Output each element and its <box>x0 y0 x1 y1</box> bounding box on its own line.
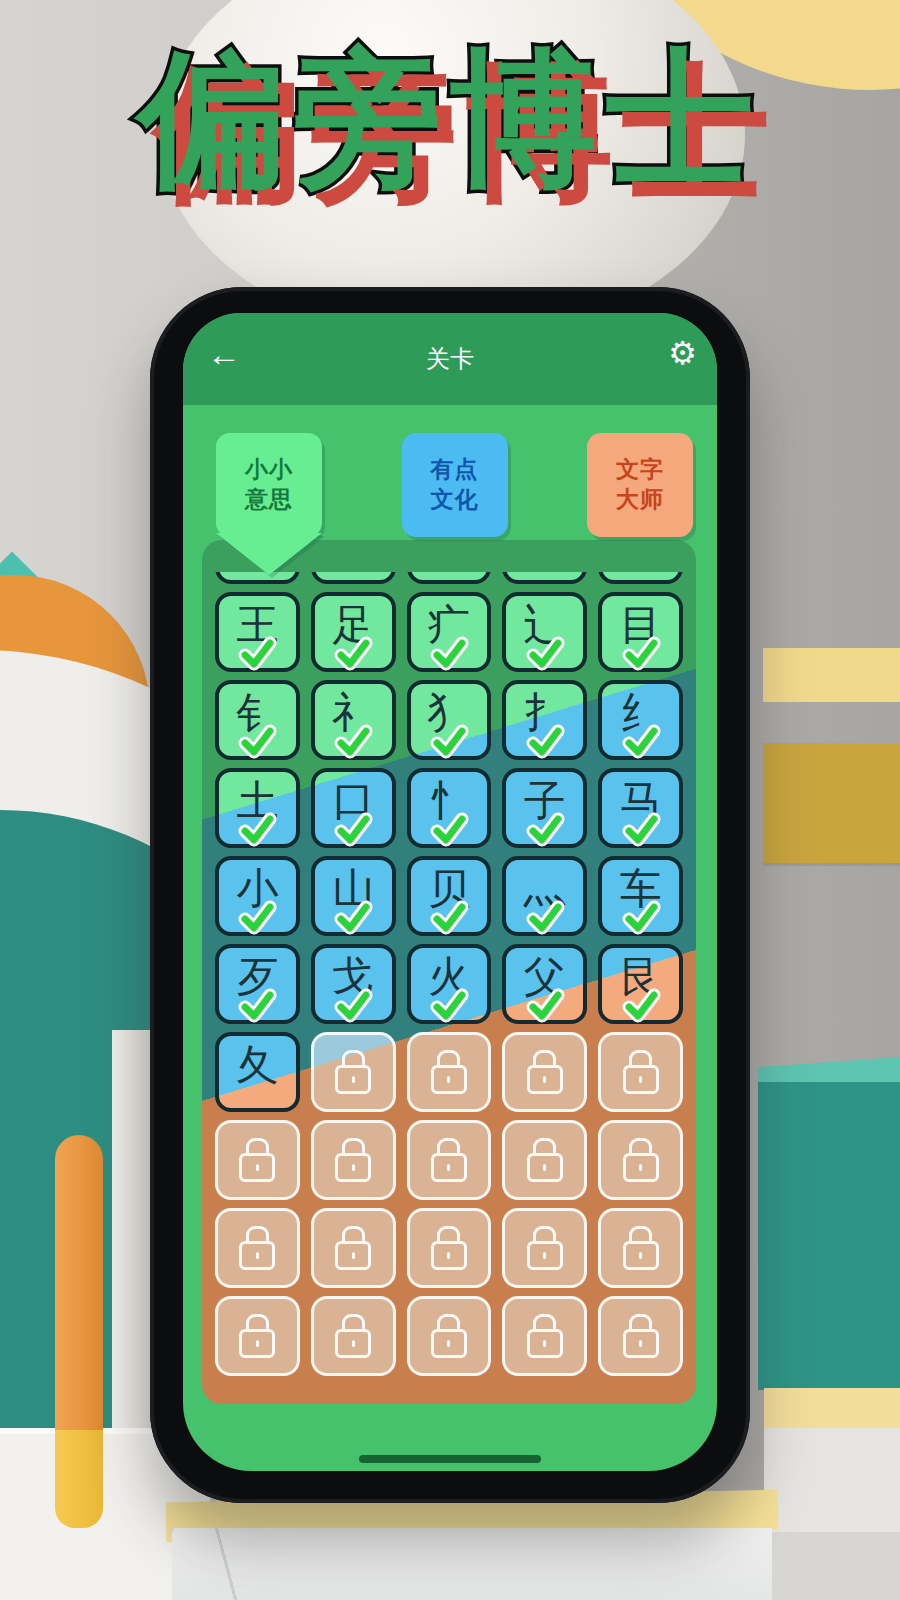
lock-icon <box>335 1314 371 1358</box>
level-cell-r3c4[interactable]: 马 <box>598 768 683 848</box>
pencil-decor <box>55 1430 103 1528</box>
level-cell-r7c1[interactable] <box>311 1120 396 1200</box>
level-cell-r0c4[interactable] <box>598 572 683 584</box>
phone-frame: ← 关卡 ⚙ 小小 意思 有点 文化 文字 大师 王足疒辶目钅礻犭扌纟土口忄子马… <box>150 287 750 1503</box>
app-title: 偏旁博士 <box>0 38 900 201</box>
level-scroller[interactable]: 王足疒辶目钅礻犭扌纟土口忄子马小山贝灬车歹戈火父艮夂 <box>215 572 683 1404</box>
lock-icon <box>527 1226 563 1270</box>
level-cell-r0c1[interactable] <box>311 572 396 584</box>
level-cell-r9c2[interactable] <box>407 1296 492 1376</box>
check-icon <box>332 636 374 672</box>
selected-tab-pointer <box>216 533 322 575</box>
level-cell-r1c2[interactable]: 疒 <box>407 592 492 672</box>
check-icon <box>524 988 566 1024</box>
cream-band-decor <box>764 1388 900 1430</box>
lock-icon <box>431 1050 467 1094</box>
level-cell-r4c4[interactable]: 车 <box>598 856 683 936</box>
level-cell-r4c0[interactable]: 小 <box>215 856 300 936</box>
level-cell-r6c0[interactable]: 夂 <box>215 1032 300 1112</box>
level-cell-r3c1[interactable]: 口 <box>311 768 396 848</box>
check-icon <box>332 724 374 760</box>
lock-icon <box>623 1226 659 1270</box>
check-icon <box>236 900 278 936</box>
level-cell-r1c4[interactable]: 目 <box>598 592 683 672</box>
check-icon <box>332 900 374 936</box>
lock-icon <box>431 1138 467 1182</box>
level-grid: 王足疒辶目钅礻犭扌纟土口忄子马小山贝灬车歹戈火父艮夂 <box>215 572 683 1376</box>
level-cell-r5c1[interactable]: 戈 <box>311 944 396 1024</box>
check-icon <box>428 812 470 848</box>
lock-icon <box>335 1226 371 1270</box>
check-icon <box>428 724 470 760</box>
settings-gear-icon[interactable]: ⚙ <box>668 337 697 369</box>
level-cell-r1c3[interactable]: 辶 <box>502 592 587 672</box>
lock-icon <box>239 1226 275 1270</box>
level-panel: 王足疒辶目钅礻犭扌纟土口忄子马小山贝灬车歹戈火父艮夂 <box>202 540 696 1404</box>
check-icon <box>620 812 662 848</box>
level-cell-r2c2[interactable]: 犭 <box>407 680 492 760</box>
check-icon <box>524 724 566 760</box>
level-cell-r5c4[interactable]: 艮 <box>598 944 683 1024</box>
level-cell-r3c0[interactable]: 土 <box>215 768 300 848</box>
level-cell-r6c1[interactable] <box>311 1032 396 1112</box>
gold-band-decor <box>763 743 900 863</box>
level-cell-r9c1[interactable] <box>311 1296 396 1376</box>
level-cell-r4c2[interactable]: 贝 <box>407 856 492 936</box>
lock-icon <box>623 1138 659 1182</box>
level-cell-r2c3[interactable]: 扌 <box>502 680 587 760</box>
level-cell-r7c4[interactable] <box>598 1120 683 1200</box>
level-cell-r9c3[interactable] <box>502 1296 587 1376</box>
lock-icon <box>239 1138 275 1182</box>
gold-band-decor <box>763 648 900 702</box>
level-cell-r3c2[interactable]: 忄 <box>407 768 492 848</box>
level-cell-r8c3[interactable] <box>502 1208 587 1288</box>
level-cell-r8c2[interactable] <box>407 1208 492 1288</box>
check-icon <box>236 636 278 672</box>
level-cell-r9c4[interactable] <box>598 1296 683 1376</box>
level-cell-r6c2[interactable] <box>407 1032 492 1112</box>
lock-icon <box>623 1314 659 1358</box>
check-icon <box>620 988 662 1024</box>
check-icon <box>332 812 374 848</box>
check-icon <box>524 812 566 848</box>
pencil-decor <box>55 1135 103 1435</box>
check-icon <box>236 812 278 848</box>
lock-icon <box>335 1050 371 1094</box>
level-cell-r4c1[interactable]: 山 <box>311 856 396 936</box>
level-cell-r2c4[interactable]: 纟 <box>598 680 683 760</box>
check-icon <box>332 988 374 1024</box>
level-cell-r8c1[interactable] <box>311 1208 396 1288</box>
teal-box-decor <box>758 1082 900 1390</box>
lock-icon <box>527 1314 563 1358</box>
level-cell-r4c3[interactable]: 灬 <box>502 856 587 936</box>
lock-icon <box>623 1050 659 1094</box>
check-icon <box>428 636 470 672</box>
level-cell-r2c0[interactable]: 钅 <box>215 680 300 760</box>
check-icon <box>620 636 662 672</box>
lock-icon <box>431 1226 467 1270</box>
page-title: 关卡 <box>183 343 717 375</box>
tab-easy-wrap: 小小 意思 <box>216 433 322 537</box>
level-cell-r0c3[interactable] <box>502 572 587 584</box>
check-icon <box>524 636 566 672</box>
level-cell-r0c2[interactable] <box>407 572 492 584</box>
radical-char: 夂 <box>236 1037 278 1094</box>
level-cell-r1c0[interactable]: 王 <box>215 592 300 672</box>
check-icon <box>236 724 278 760</box>
check-icon <box>236 988 278 1024</box>
difficulty-tabs: 小小 意思 有点 文化 文字 大师 <box>183 433 717 537</box>
lock-icon <box>527 1050 563 1094</box>
tab-hard[interactable]: 文字 大师 <box>587 433 693 537</box>
check-icon <box>620 724 662 760</box>
level-cell-r3c3[interactable]: 子 <box>502 768 587 848</box>
tab-easy[interactable]: 小小 意思 <box>216 433 322 537</box>
level-cell-r9c0[interactable] <box>215 1296 300 1376</box>
check-icon <box>524 900 566 936</box>
check-icon <box>428 988 470 1024</box>
home-indicator[interactable] <box>359 1455 541 1463</box>
tab-medium[interactable]: 有点 文化 <box>402 433 508 537</box>
level-cell-r6c3[interactable] <box>502 1032 587 1112</box>
level-cell-r7c0[interactable] <box>215 1120 300 1200</box>
level-cell-r5c2[interactable]: 火 <box>407 944 492 1024</box>
lock-icon <box>239 1314 275 1358</box>
marble-pedestal-decor <box>172 1528 772 1600</box>
app-bar: ← 关卡 ⚙ <box>183 313 717 405</box>
level-cell-r2c1[interactable]: 礻 <box>311 680 396 760</box>
back-arrow-icon[interactable]: ← <box>207 337 241 371</box>
level-cell-r8c0[interactable] <box>215 1208 300 1288</box>
level-cell-r5c3[interactable]: 父 <box>502 944 587 1024</box>
level-cell-r1c1[interactable]: 足 <box>311 592 396 672</box>
check-icon <box>620 900 662 936</box>
lock-icon <box>335 1138 371 1182</box>
level-cell-r6c4[interactable] <box>598 1032 683 1112</box>
level-cell-r5c0[interactable]: 歹 <box>215 944 300 1024</box>
lock-icon <box>527 1138 563 1182</box>
check-icon <box>428 900 470 936</box>
level-cell-r7c2[interactable] <box>407 1120 492 1200</box>
phone-screen: ← 关卡 ⚙ 小小 意思 有点 文化 文字 大师 王足疒辶目钅礻犭扌纟土口忄子马… <box>183 313 717 1471</box>
level-cell-r8c4[interactable] <box>598 1208 683 1288</box>
level-cell-r7c3[interactable] <box>502 1120 587 1200</box>
lock-icon <box>431 1314 467 1358</box>
